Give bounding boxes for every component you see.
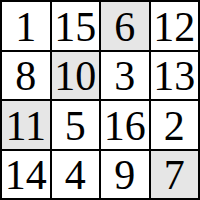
cell-value: 2 [164, 105, 185, 147]
cell-value: 8 [15, 55, 36, 97]
cell-r4c4-highlighted: 7 [151, 151, 199, 199]
magic-square-board: 11561281031311516214497 [0, 0, 200, 200]
cell-value: 10 [54, 55, 96, 97]
cell-value: 4 [65, 154, 86, 196]
cell-r4c2: 4 [52, 151, 100, 199]
cell-value: 14 [5, 154, 47, 196]
cell-r3c1-highlighted: 11 [2, 101, 50, 149]
cell-r3c2: 5 [52, 101, 100, 149]
cell-value: 7 [164, 154, 185, 196]
cell-r4c3: 9 [101, 151, 149, 199]
cell-r4c1: 14 [2, 151, 50, 199]
cell-r2c4: 13 [151, 52, 199, 100]
magic-square-diagram: 11561281031311516214497 [0, 0, 200, 200]
cell-value: 1 [15, 6, 36, 48]
cell-value: 3 [114, 55, 135, 97]
cell-value: 11 [6, 105, 46, 147]
cell-value: 5 [65, 105, 86, 147]
cell-value: 6 [114, 6, 135, 48]
cell-value: 12 [153, 6, 195, 48]
cell-r3c3: 16 [101, 101, 149, 149]
cell-r1c1: 1 [2, 2, 50, 50]
cell-value: 15 [54, 6, 96, 48]
cell-value: 16 [104, 105, 146, 147]
cell-r1c2: 15 [52, 2, 100, 50]
cell-r1c4: 12 [151, 2, 199, 50]
cell-value: 9 [114, 154, 135, 196]
cell-r2c1: 8 [2, 52, 50, 100]
cell-r2c3: 3 [101, 52, 149, 100]
cell-r1c3-highlighted: 6 [101, 2, 149, 50]
cell-r2c2-highlighted: 10 [52, 52, 100, 100]
cell-value: 13 [153, 55, 195, 97]
cell-r3c4: 2 [151, 101, 199, 149]
